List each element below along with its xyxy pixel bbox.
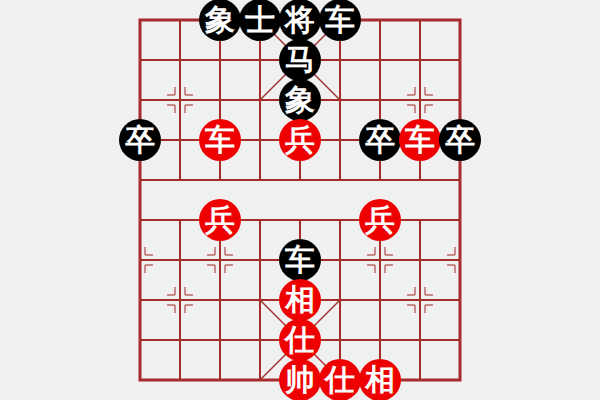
piece-black-advisor[interactable]: 士: [239, 0, 281, 41]
piece-black-chariot[interactable]: 车: [279, 239, 321, 281]
piece-black-general[interactable]: 将: [279, 0, 321, 41]
xiangqi-board[interactable]: 象士将车马象卒车兵卒车卒兵兵车相仕帅仕相: [0, 0, 600, 400]
piece-red-chariot[interactable]: 车: [199, 119, 241, 161]
piece-red-advisor[interactable]: 仕: [319, 359, 361, 400]
piece-black-soldier[interactable]: 卒: [119, 119, 161, 161]
piece-black-elephant[interactable]: 象: [279, 79, 321, 121]
piece-black-chariot[interactable]: 车: [319, 0, 361, 41]
piece-red-elephant[interactable]: 相: [279, 279, 321, 321]
piece-red-elephant[interactable]: 相: [359, 359, 401, 400]
piece-red-chariot[interactable]: 车: [399, 119, 441, 161]
piece-red-soldier[interactable]: 兵: [279, 119, 321, 161]
piece-red-soldier[interactable]: 兵: [199, 199, 241, 241]
piece-red-advisor[interactable]: 仕: [279, 319, 321, 361]
piece-black-soldier[interactable]: 卒: [439, 119, 481, 161]
piece-black-horse[interactable]: 马: [279, 39, 321, 81]
piece-black-soldier[interactable]: 卒: [359, 119, 401, 161]
piece-red-general[interactable]: 帅: [279, 359, 321, 400]
piece-red-soldier[interactable]: 兵: [359, 199, 401, 241]
piece-black-elephant[interactable]: 象: [199, 0, 241, 41]
